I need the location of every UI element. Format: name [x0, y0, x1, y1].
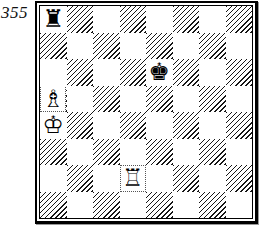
- square-h2: [226, 165, 253, 192]
- square-f2: [173, 165, 200, 192]
- square-c7: [93, 33, 120, 60]
- square-c1: [93, 192, 120, 219]
- square-b1: [67, 192, 94, 219]
- square-h3: [226, 139, 253, 166]
- square-e6: ♚: [146, 59, 173, 86]
- square-d3: [120, 139, 147, 166]
- square-a4: ♔: [40, 112, 67, 139]
- piece-black-king-e6: ♚: [148, 59, 170, 85]
- square-b4: [67, 112, 94, 139]
- square-b8: [67, 6, 94, 33]
- square-f8: [173, 6, 200, 33]
- square-d8: [120, 6, 147, 33]
- piece-background-box: ♗: [40, 86, 66, 113]
- square-b6: [67, 59, 94, 86]
- square-a6: [40, 59, 67, 86]
- square-f7: [173, 33, 200, 60]
- piece-white-bishop-a5: ♗: [42, 86, 64, 112]
- square-c8: [93, 6, 120, 33]
- piece-background-box: ♖: [120, 165, 146, 192]
- square-f1: [173, 192, 200, 219]
- square-d6: [120, 59, 147, 86]
- square-d1: [120, 192, 147, 219]
- square-h6: [226, 59, 253, 86]
- square-e5: [146, 86, 173, 113]
- square-d4: [120, 112, 147, 139]
- square-e4: [146, 112, 173, 139]
- square-g5: [199, 86, 226, 113]
- square-a5: ♗: [40, 86, 67, 113]
- square-f5: [173, 86, 200, 113]
- square-a7: [40, 33, 67, 60]
- square-h5: [226, 86, 253, 113]
- square-a1: [40, 192, 67, 219]
- piece-white-king-a4: ♔: [42, 112, 64, 138]
- square-h4: [226, 112, 253, 139]
- square-g4: [199, 112, 226, 139]
- square-b5: [67, 86, 94, 113]
- problem-number: 355: [1, 3, 28, 23]
- square-g8: [199, 6, 226, 33]
- board-frame: ♜♚♗♔♖: [35, 1, 258, 224]
- square-d7: [120, 33, 147, 60]
- square-c4: [93, 112, 120, 139]
- square-g6: [199, 59, 226, 86]
- square-d2: ♖: [120, 165, 147, 192]
- piece-white-rook-d2: ♖: [122, 165, 144, 191]
- square-g1: [199, 192, 226, 219]
- square-e2: [146, 165, 173, 192]
- square-h7: [226, 33, 253, 60]
- square-e3: [146, 139, 173, 166]
- square-c6: [93, 59, 120, 86]
- square-a8: ♜: [40, 6, 67, 33]
- square-f3: [173, 139, 200, 166]
- square-c2: [93, 165, 120, 192]
- square-f4: [173, 112, 200, 139]
- square-h1: [226, 192, 253, 219]
- chess-board: ♜♚♗♔♖: [40, 6, 252, 218]
- square-c3: [93, 139, 120, 166]
- diagram-page: 355 ♜♚♗♔♖: [0, 0, 262, 226]
- square-a2: [40, 165, 67, 192]
- square-g2: [199, 165, 226, 192]
- square-a3: [40, 139, 67, 166]
- square-f6: [173, 59, 200, 86]
- square-e1: [146, 192, 173, 219]
- square-g7: [199, 33, 226, 60]
- square-d5: [120, 86, 147, 113]
- square-b2: [67, 165, 94, 192]
- square-b3: [67, 139, 94, 166]
- square-b7: [67, 33, 94, 60]
- square-e7: [146, 33, 173, 60]
- square-c5: [93, 86, 120, 113]
- square-h8: [226, 6, 253, 33]
- board-inner-border: ♜♚♗♔♖: [39, 5, 253, 219]
- square-e8: [146, 6, 173, 33]
- piece-black-rook-a8: ♜: [42, 6, 64, 32]
- square-g3: [199, 139, 226, 166]
